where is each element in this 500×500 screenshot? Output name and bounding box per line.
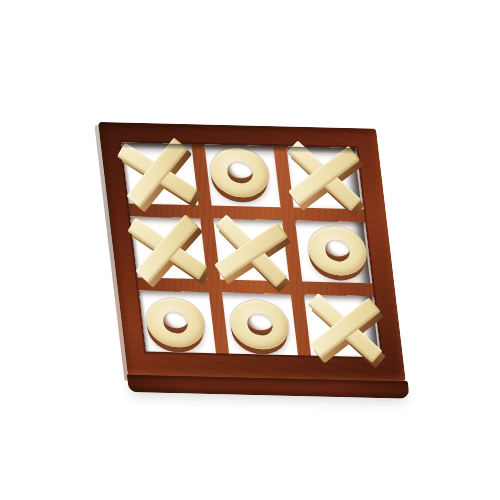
board-lattice: [121, 143, 381, 358]
board-grid: [121, 143, 381, 358]
board-frame: [98, 122, 406, 382]
cell-0-0[interactable]: [121, 143, 198, 206]
piece-x[interactable]: [119, 142, 195, 203]
product-photo-canvas: [0, 0, 500, 500]
piece-o[interactable]: [143, 298, 207, 348]
piece-x[interactable]: [311, 297, 378, 358]
cell-1-2[interactable]: [295, 220, 372, 283]
piece-o[interactable]: [228, 300, 292, 350]
o-hole: [162, 311, 189, 333]
cell-2-2[interactable]: [304, 294, 381, 357]
piece-o[interactable]: [208, 148, 272, 198]
o-hole: [227, 161, 254, 183]
cell-1-1[interactable]: [213, 218, 290, 281]
cell-1-0[interactable]: [130, 217, 207, 280]
cell-2-0[interactable]: [139, 291, 216, 354]
cell-2-1[interactable]: [221, 292, 298, 355]
piece-x[interactable]: [291, 145, 357, 207]
o-hole: [247, 313, 274, 335]
piece-x[interactable]: [129, 219, 203, 278]
piece-o[interactable]: [306, 226, 370, 276]
cell-0-1[interactable]: [204, 144, 281, 207]
o-hole: [324, 239, 351, 261]
tic-tac-toe-board: [98, 122, 406, 382]
cell-0-2[interactable]: [287, 146, 364, 209]
piece-x[interactable]: [218, 218, 284, 283]
